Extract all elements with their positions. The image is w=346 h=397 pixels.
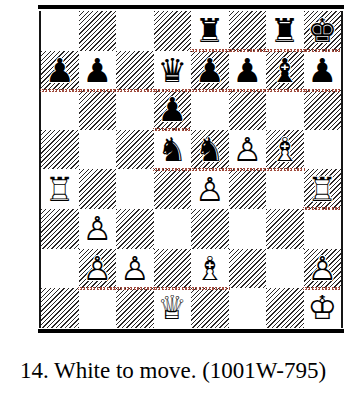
square-a2 [41,249,79,289]
square-h7: ♟ [304,51,342,91]
square-a5 [41,130,79,170]
square-c6 [116,90,154,130]
square-g3 [266,209,304,249]
square-e8: ♜ [191,11,229,51]
square-a3 [41,209,79,249]
black-rook: ♜ [266,11,304,51]
black-bishop: ♝ [266,51,304,91]
black-rook: ♜ [191,11,229,51]
square-g5: ♝♗ [266,130,304,170]
square-f2 [229,249,267,289]
square-h4: ♜♖ [304,169,342,209]
black-king: ♚ [304,11,342,51]
white-pawn: ♟♙ [191,169,229,209]
white-pawn: ♟♙ [229,130,267,170]
square-f4 [229,169,267,209]
black-pawn: ♟ [41,51,79,91]
square-f6 [229,90,267,130]
square-b7: ♟ [79,51,117,91]
square-c4 [116,169,154,209]
square-c7 [116,51,154,91]
square-h6 [304,90,342,130]
square-e4: ♟♙ [191,169,229,209]
white-queen: ♛♕ [154,288,192,328]
square-e2: ♝♗ [191,249,229,289]
black-knight: ♞ [154,130,192,170]
square-b5 [79,130,117,170]
square-b6 [79,90,117,130]
black-pawn: ♟ [79,51,117,91]
black-pawn: ♟ [229,51,267,91]
black-pawn: ♟ [304,51,342,91]
square-a4: ♜♖ [41,169,79,209]
white-pawn: ♟♙ [79,209,117,249]
square-b4 [79,169,117,209]
square-e5: ♞ [191,130,229,170]
square-c5 [116,130,154,170]
square-h3 [304,209,342,249]
square-d1: ♛♕ [154,288,192,328]
white-king: ♚♔ [304,288,342,328]
square-f8 [229,11,267,51]
white-rook: ♜♖ [304,169,342,209]
square-h5 [304,130,342,170]
square-h1: ♚♔ [304,288,342,328]
square-h8: ♚ [304,11,342,51]
square-d7: ♛ [154,51,192,91]
square-c8 [116,11,154,51]
white-bishop: ♝♗ [266,130,304,170]
square-c2: ♟♙ [116,249,154,289]
square-d6: ♟ [154,90,192,130]
square-b1 [79,288,117,328]
square-b3: ♟♙ [79,209,117,249]
square-d3 [154,209,192,249]
square-g6 [266,90,304,130]
square-a8 [41,11,79,51]
square-f5: ♟♙ [229,130,267,170]
square-g8: ♜ [266,11,304,51]
diagram-caption: 14. White to move. (1001W-795) [0,358,346,384]
square-b8 [79,11,117,51]
square-f7: ♟ [229,51,267,91]
white-pawn: ♟♙ [116,249,154,289]
white-bishop: ♝♗ [191,249,229,289]
white-pawn: ♟♙ [304,249,342,289]
square-g4 [266,169,304,209]
square-c1 [116,288,154,328]
square-d5: ♞ [154,130,192,170]
white-rook: ♜♖ [41,169,79,209]
square-a1 [41,288,79,328]
square-e1 [191,288,229,328]
square-a6 [41,90,79,130]
square-f1 [229,288,267,328]
square-e7: ♟ [191,51,229,91]
black-pawn: ♟ [154,90,192,130]
square-d8 [154,11,192,51]
square-e6 [191,90,229,130]
square-b2: ♟♙ [79,249,117,289]
square-g2 [266,249,304,289]
square-h2: ♟♙ [304,249,342,289]
square-c3 [116,209,154,249]
square-e3 [191,209,229,249]
black-pawn: ♟ [191,51,229,91]
black-knight: ♞ [191,130,229,170]
square-d2 [154,249,192,289]
square-g1 [266,288,304,328]
square-a7: ♟ [41,51,79,91]
chess-board: ♜♜♚♟♟♛♟♟♝♟♟♞♞♟♙♝♗♜♖♟♙♜♖♟♙♟♙♟♙♝♗♟♙♛♕♚♔ [39,11,343,328]
white-pawn: ♟♙ [79,249,117,289]
chess-diagram: ♜♜♚♟♟♛♟♟♝♟♟♞♞♟♙♝♗♜♖♟♙♜♖♟♙♟♙♟♙♝♗♟♙♛♕♚♔ [38,5,344,333]
square-g7: ♝ [266,51,304,91]
square-d4 [154,169,192,209]
square-f3 [229,209,267,249]
black-queen: ♛ [154,51,192,91]
